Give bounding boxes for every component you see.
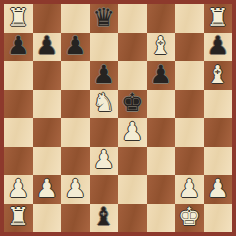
square-g6[interactable] <box>175 61 204 90</box>
square-c5[interactable] <box>61 90 90 119</box>
square-g1[interactable]: ♚ <box>175 204 204 233</box>
square-h1[interactable] <box>204 204 233 233</box>
white-rook[interactable]: ♜ <box>7 204 29 229</box>
square-e6[interactable] <box>118 61 147 90</box>
square-g4[interactable] <box>175 118 204 147</box>
square-b7[interactable]: ♟ <box>33 33 62 62</box>
white-bishop[interactable]: ♝ <box>207 62 229 87</box>
square-c7[interactable]: ♟ <box>61 33 90 62</box>
square-a1[interactable]: ♜ <box>4 204 33 233</box>
black-pawn[interactable]: ♟ <box>7 33 29 58</box>
square-c8[interactable] <box>61 4 90 33</box>
white-pawn[interactable]: ♟ <box>121 119 143 144</box>
white-pawn[interactable]: ♟ <box>36 176 58 201</box>
black-pawn[interactable]: ♟ <box>207 33 229 58</box>
square-g7[interactable] <box>175 33 204 62</box>
square-b1[interactable] <box>33 204 62 233</box>
square-f5[interactable] <box>147 90 176 119</box>
square-f8[interactable] <box>147 4 176 33</box>
square-g2[interactable]: ♟ <box>175 175 204 204</box>
white-knight[interactable]: ♞ <box>93 90 115 115</box>
white-pawn[interactable]: ♟ <box>7 176 29 201</box>
square-g3[interactable] <box>175 147 204 176</box>
square-e5[interactable]: ♚ <box>118 90 147 119</box>
square-d4[interactable] <box>90 118 119 147</box>
square-d6[interactable]: ♟ <box>90 61 119 90</box>
square-b2[interactable]: ♟ <box>33 175 62 204</box>
square-b3[interactable] <box>33 147 62 176</box>
square-d8[interactable]: ♛ <box>90 4 119 33</box>
square-h5[interactable] <box>204 90 233 119</box>
board-frame: ♜♛♜♟♟♟♝♟♟♟♝♞♚♟♟♟♟♟♟♟♜♝♚ <box>0 0 236 236</box>
square-c2[interactable]: ♟ <box>61 175 90 204</box>
square-h2[interactable]: ♟ <box>204 175 233 204</box>
square-a3[interactable] <box>4 147 33 176</box>
white-pawn[interactable]: ♟ <box>64 176 86 201</box>
square-a5[interactable] <box>4 90 33 119</box>
square-e7[interactable] <box>118 33 147 62</box>
white-pawn[interactable]: ♟ <box>93 147 115 172</box>
square-b8[interactable] <box>33 4 62 33</box>
white-king[interactable]: ♚ <box>178 204 200 229</box>
square-d5[interactable]: ♞ <box>90 90 119 119</box>
black-bishop[interactable]: ♝ <box>93 204 115 229</box>
square-a2[interactable]: ♟ <box>4 175 33 204</box>
white-pawn[interactable]: ♟ <box>178 176 200 201</box>
square-a6[interactable] <box>4 61 33 90</box>
square-e8[interactable] <box>118 4 147 33</box>
square-d7[interactable] <box>90 33 119 62</box>
square-e3[interactable] <box>118 147 147 176</box>
black-queen[interactable]: ♛ <box>93 5 115 30</box>
chess-board: ♜♛♜♟♟♟♝♟♟♟♝♞♚♟♟♟♟♟♟♟♜♝♚ <box>4 4 232 232</box>
square-e1[interactable] <box>118 204 147 233</box>
black-king[interactable]: ♚ <box>121 90 143 115</box>
square-f7[interactable]: ♝ <box>147 33 176 62</box>
square-h4[interactable] <box>204 118 233 147</box>
square-h6[interactable]: ♝ <box>204 61 233 90</box>
square-d2[interactable] <box>90 175 119 204</box>
square-f3[interactable] <box>147 147 176 176</box>
white-rook[interactable]: ♜ <box>7 5 29 30</box>
square-f1[interactable] <box>147 204 176 233</box>
square-h3[interactable] <box>204 147 233 176</box>
square-c6[interactable] <box>61 61 90 90</box>
square-a7[interactable]: ♟ <box>4 33 33 62</box>
white-rook[interactable]: ♜ <box>207 5 229 30</box>
square-a4[interactable] <box>4 118 33 147</box>
square-g5[interactable] <box>175 90 204 119</box>
square-c4[interactable] <box>61 118 90 147</box>
black-pawn[interactable]: ♟ <box>93 62 115 87</box>
square-c3[interactable] <box>61 147 90 176</box>
square-f4[interactable] <box>147 118 176 147</box>
square-b6[interactable] <box>33 61 62 90</box>
white-bishop[interactable]: ♝ <box>150 33 172 58</box>
square-e4[interactable]: ♟ <box>118 118 147 147</box>
square-e2[interactable] <box>118 175 147 204</box>
square-a8[interactable]: ♜ <box>4 4 33 33</box>
square-h8[interactable]: ♜ <box>204 4 233 33</box>
square-g8[interactable] <box>175 4 204 33</box>
square-b4[interactable] <box>33 118 62 147</box>
black-pawn[interactable]: ♟ <box>36 33 58 58</box>
black-pawn[interactable]: ♟ <box>64 33 86 58</box>
black-pawn[interactable]: ♟ <box>150 62 172 87</box>
square-d3[interactable]: ♟ <box>90 147 119 176</box>
square-h7[interactable]: ♟ <box>204 33 233 62</box>
square-f6[interactable]: ♟ <box>147 61 176 90</box>
square-b5[interactable] <box>33 90 62 119</box>
square-f2[interactable] <box>147 175 176 204</box>
square-c1[interactable] <box>61 204 90 233</box>
white-pawn[interactable]: ♟ <box>207 176 229 201</box>
square-d1[interactable]: ♝ <box>90 204 119 233</box>
